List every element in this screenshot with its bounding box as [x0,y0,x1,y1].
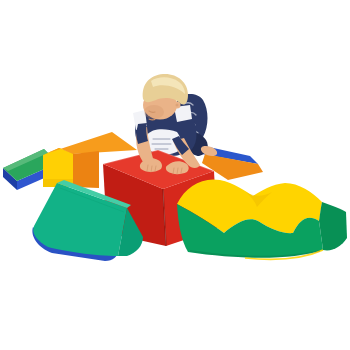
yellow-block [43,148,73,187]
wave-ramp [177,179,347,259]
product-photo: Baby crawling on a six-piece soft foam p… [0,0,350,350]
wave-side-wall [319,202,347,250]
soft-play-climber-illustration [0,0,350,350]
left-sleeve [137,123,149,144]
